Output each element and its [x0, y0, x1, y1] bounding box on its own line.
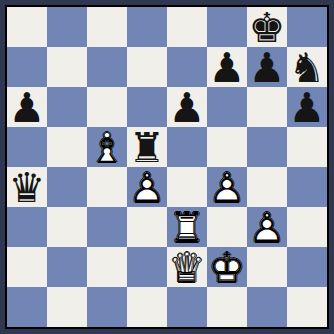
- black-pawn-piece[interactable]: ♟: [167, 87, 207, 127]
- square-h4[interactable]: [287, 167, 327, 207]
- square-d2[interactable]: [127, 247, 167, 287]
- piece-outline-glyph: ♔: [207, 247, 247, 287]
- square-b4[interactable]: [47, 167, 87, 207]
- white-rook-piece[interactable]: ♜♖: [167, 207, 207, 247]
- square-h2[interactable]: [287, 247, 327, 287]
- square-a1[interactable]: [7, 287, 47, 327]
- square-b7[interactable]: [47, 47, 87, 87]
- piece-fill-glyph: ♟: [247, 47, 287, 87]
- square-f8[interactable]: [207, 7, 247, 47]
- square-d7[interactable]: [127, 47, 167, 87]
- square-h8[interactable]: [287, 7, 327, 47]
- piece-outline-glyph: ♖: [167, 207, 207, 247]
- white-bishop-piece[interactable]: ♝♗: [87, 127, 127, 167]
- square-c4[interactable]: [87, 167, 127, 207]
- square-g5[interactable]: [247, 127, 287, 167]
- square-d8[interactable]: [127, 7, 167, 47]
- square-g4[interactable]: [247, 167, 287, 207]
- white-pawn-piece[interactable]: ♟♙: [247, 207, 287, 247]
- black-pawn-piece[interactable]: ♟: [287, 87, 327, 127]
- piece-fill-glyph: ♟: [287, 87, 327, 127]
- square-g7[interactable]: ♟: [247, 47, 287, 87]
- square-c1[interactable]: [87, 287, 127, 327]
- square-e6[interactable]: ♟: [167, 87, 207, 127]
- square-a8[interactable]: [7, 7, 47, 47]
- square-b1[interactable]: [47, 287, 87, 327]
- square-f3[interactable]: [207, 207, 247, 247]
- square-a5[interactable]: [7, 127, 47, 167]
- square-g1[interactable]: [247, 287, 287, 327]
- black-king-piece[interactable]: ♚: [247, 7, 287, 47]
- square-h1[interactable]: [287, 287, 327, 327]
- square-e8[interactable]: [167, 7, 207, 47]
- square-b8[interactable]: [47, 7, 87, 47]
- square-d6[interactable]: [127, 87, 167, 127]
- piece-outline-glyph: ♙: [207, 167, 247, 207]
- board-frame: ♚♟♟♞♟♟♟♝♗♜♛♟♙♟♙♜♖♟♙♛♕♚♔: [0, 0, 334, 334]
- square-h5[interactable]: [287, 127, 327, 167]
- square-a3[interactable]: [7, 207, 47, 247]
- square-a7[interactable]: [7, 47, 47, 87]
- square-f2[interactable]: ♚♔: [207, 247, 247, 287]
- white-king-piece[interactable]: ♚♔: [207, 247, 247, 287]
- square-f5[interactable]: [207, 127, 247, 167]
- square-e5[interactable]: [167, 127, 207, 167]
- white-queen-piece[interactable]: ♛♕: [167, 247, 207, 287]
- square-c3[interactable]: [87, 207, 127, 247]
- white-pawn-piece[interactable]: ♟♙: [207, 167, 247, 207]
- piece-fill-glyph: ♟: [207, 47, 247, 87]
- piece-outline-glyph: ♙: [127, 167, 167, 207]
- square-h6[interactable]: ♟: [287, 87, 327, 127]
- square-c8[interactable]: [87, 7, 127, 47]
- black-knight-piece[interactable]: ♞: [287, 47, 327, 87]
- square-g2[interactable]: [247, 247, 287, 287]
- square-h3[interactable]: [287, 207, 327, 247]
- piece-fill-glyph: ♟: [7, 87, 47, 127]
- square-d5[interactable]: ♜: [127, 127, 167, 167]
- square-b2[interactable]: [47, 247, 87, 287]
- black-pawn-piece[interactable]: ♟: [247, 47, 287, 87]
- square-a6[interactable]: ♟: [7, 87, 47, 127]
- square-a4[interactable]: ♛: [7, 167, 47, 207]
- square-g8[interactable]: ♚: [247, 7, 287, 47]
- square-g6[interactable]: [247, 87, 287, 127]
- square-d3[interactable]: [127, 207, 167, 247]
- chess-board: ♚♟♟♞♟♟♟♝♗♜♛♟♙♟♙♜♖♟♙♛♕♚♔: [5, 5, 329, 329]
- square-b6[interactable]: [47, 87, 87, 127]
- piece-fill-glyph: ♟: [167, 87, 207, 127]
- square-c7[interactable]: [87, 47, 127, 87]
- square-f6[interactable]: [207, 87, 247, 127]
- square-g3[interactable]: ♟♙: [247, 207, 287, 247]
- black-pawn-piece[interactable]: ♟: [207, 47, 247, 87]
- square-f1[interactable]: [207, 287, 247, 327]
- square-c2[interactable]: [87, 247, 127, 287]
- square-f7[interactable]: ♟: [207, 47, 247, 87]
- square-c6[interactable]: [87, 87, 127, 127]
- square-e7[interactable]: [167, 47, 207, 87]
- square-h7[interactable]: ♞: [287, 47, 327, 87]
- piece-outline-glyph: ♙: [247, 207, 287, 247]
- white-pawn-piece[interactable]: ♟♙: [127, 167, 167, 207]
- square-d1[interactable]: [127, 287, 167, 327]
- square-f4[interactable]: ♟♙: [207, 167, 247, 207]
- square-e4[interactable]: [167, 167, 207, 207]
- square-e1[interactable]: [167, 287, 207, 327]
- square-e2[interactable]: ♛♕: [167, 247, 207, 287]
- square-c5[interactable]: ♝♗: [87, 127, 127, 167]
- piece-fill-glyph: ♚: [247, 7, 287, 47]
- black-rook-piece[interactable]: ♜: [127, 127, 167, 167]
- square-d4[interactable]: ♟♙: [127, 167, 167, 207]
- piece-fill-glyph: ♛: [7, 167, 47, 207]
- square-b3[interactable]: [47, 207, 87, 247]
- black-pawn-piece[interactable]: ♟: [7, 87, 47, 127]
- piece-outline-glyph: ♕: [167, 247, 207, 287]
- piece-fill-glyph: ♞: [287, 47, 327, 87]
- black-queen-piece[interactable]: ♛: [7, 167, 47, 207]
- square-a2[interactable]: [7, 247, 47, 287]
- square-e3[interactable]: ♜♖: [167, 207, 207, 247]
- piece-fill-glyph: ♜: [127, 127, 167, 167]
- square-b5[interactable]: [47, 127, 87, 167]
- piece-outline-glyph: ♗: [87, 127, 127, 167]
